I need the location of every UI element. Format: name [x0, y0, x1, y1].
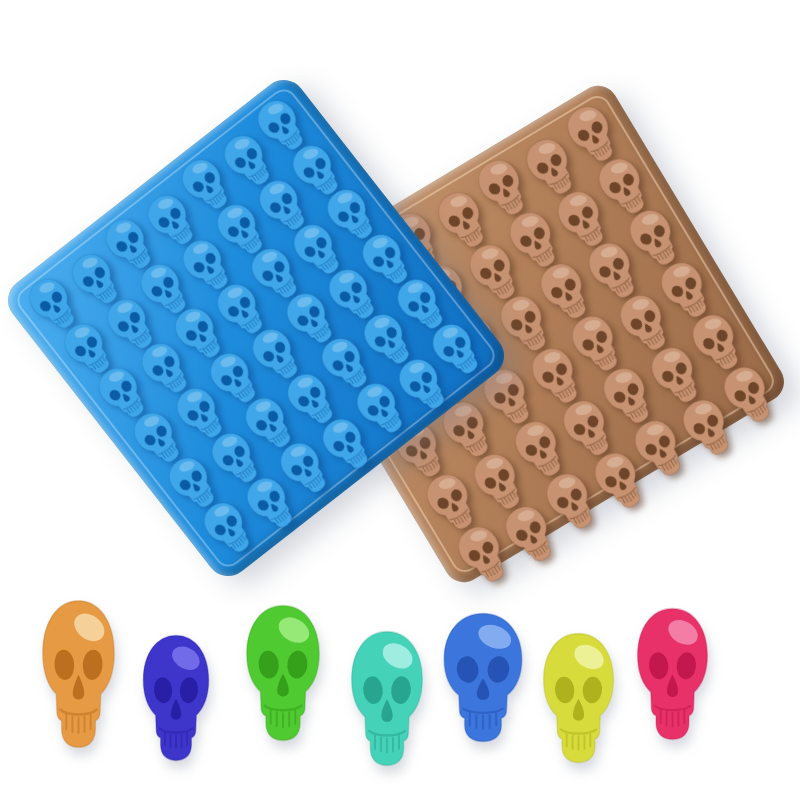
gummy-skull-indigo [139, 634, 213, 762]
gummy-skull-orange [38, 599, 119, 749]
gummy-skull-blue [439, 612, 527, 743]
product-photo-scene [0, 0, 800, 800]
gummy-skull-green [242, 604, 324, 742]
gummy-skull-teal [347, 630, 427, 767]
gummy-skull-yellow [539, 632, 618, 764]
gummy-skull-pink [633, 607, 712, 741]
